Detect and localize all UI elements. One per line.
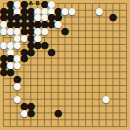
black-stone[interactable]: ● (48, 48, 55, 55)
point-label-B[interactable]: B (34, 0, 41, 7)
board-grid[interactable]: ●●●●●●●●●●●●●●●●●●●●●●●●●●●●●●●●●●●●●●●●… (0, 0, 130, 130)
black-stone[interactable]: ● (27, 109, 34, 116)
white-stone[interactable]: ● (14, 82, 21, 89)
white-stone[interactable]: ● (14, 61, 21, 68)
go-board: ●●●●●●●●●●●●●●●●●●●●●●●●●●●●●●●●●●●●●●●●… (0, 0, 130, 130)
black-stone[interactable]: ● (109, 14, 116, 21)
black-stone[interactable]: ● (20, 55, 27, 62)
white-stone[interactable]: ● (68, 7, 75, 14)
black-stone[interactable]: ● (61, 27, 68, 34)
black-stone[interactable]: ● (55, 109, 62, 116)
white-stone[interactable]: ● (102, 96, 109, 103)
point-label-A[interactable]: A (27, 0, 34, 7)
white-stone[interactable]: ● (96, 7, 103, 14)
black-stone[interactable]: ● (27, 48, 34, 55)
